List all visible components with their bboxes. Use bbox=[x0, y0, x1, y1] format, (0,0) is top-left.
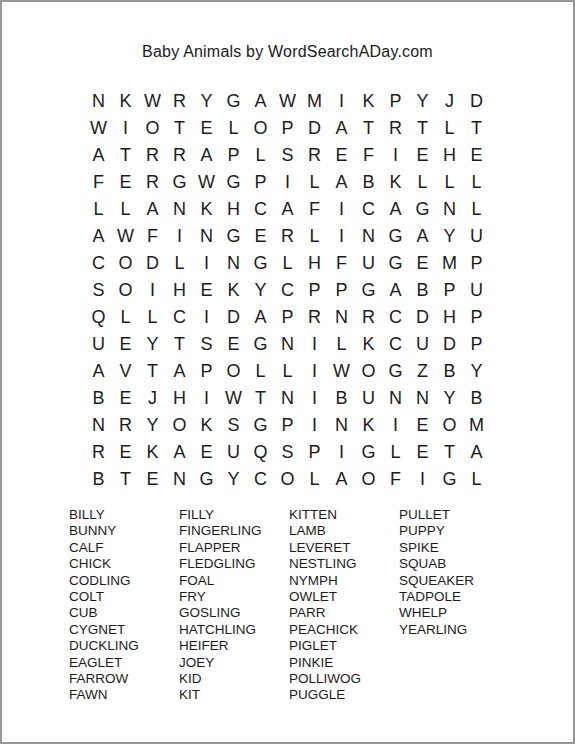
grid-cell-r2c10[interactable]: A bbox=[328, 115, 355, 142]
grid-cell-r14c11[interactable]: G bbox=[355, 439, 382, 466]
grid-cell-r1c12[interactable]: P bbox=[382, 88, 409, 115]
grid-cell-r9c14[interactable]: H bbox=[436, 304, 463, 331]
grid-cell-r15c5[interactable]: G bbox=[193, 466, 220, 493]
grid-cell-r7c8[interactable]: L bbox=[274, 250, 301, 277]
grid-cell-r9c10[interactable]: N bbox=[328, 304, 355, 331]
grid-cell-r11c10[interactable]: W bbox=[328, 358, 355, 385]
grid-cell-r3c13[interactable]: E bbox=[409, 142, 436, 169]
grid-cell-r1c14[interactable]: J bbox=[436, 88, 463, 115]
grid-cell-r15c11[interactable]: O bbox=[355, 466, 382, 493]
grid-cell-r13c14[interactable]: O bbox=[436, 412, 463, 439]
grid-cell-r6c8[interactable]: R bbox=[274, 223, 301, 250]
word-item: CHICK bbox=[69, 556, 179, 572]
word-item: FOAL bbox=[179, 573, 289, 589]
word-item: PINKIE bbox=[289, 655, 399, 671]
grid-cell-r8c3[interactable]: I bbox=[139, 277, 166, 304]
grid-cell-r14c7[interactable]: Q bbox=[247, 439, 274, 466]
grid-cell-r7c5[interactable]: I bbox=[193, 250, 220, 277]
grid-cell-r11c7[interactable]: L bbox=[247, 358, 274, 385]
grid-cell-r7c10[interactable]: F bbox=[328, 250, 355, 277]
grid-cell-r10c15[interactable]: P bbox=[463, 331, 490, 358]
grid-cell-r14c3[interactable]: K bbox=[139, 439, 166, 466]
grid-cell-r13c7[interactable]: G bbox=[247, 412, 274, 439]
grid-cell-r3c2[interactable]: T bbox=[112, 142, 139, 169]
grid-cell-r8c13[interactable]: B bbox=[409, 277, 436, 304]
grid-cell-r12c10[interactable]: B bbox=[328, 385, 355, 412]
word-item: DUCKLING bbox=[69, 638, 179, 654]
grid-cell-r12c9[interactable]: I bbox=[301, 385, 328, 412]
grid-cell-r4c11[interactable]: B bbox=[355, 169, 382, 196]
grid-cell-r13c5[interactable]: K bbox=[193, 412, 220, 439]
grid-cell-r14c9[interactable]: P bbox=[301, 439, 328, 466]
grid-cell-r11c5[interactable]: P bbox=[193, 358, 220, 385]
word-list: BILLYBUNNYCALFCHICKCODLINGCOLTCUBCYGNETD… bbox=[69, 507, 509, 704]
grid-cell-r1c1[interactable]: N bbox=[85, 88, 112, 115]
grid-cell-r6c9[interactable]: L bbox=[301, 223, 328, 250]
grid-cell-r1c13[interactable]: Y bbox=[409, 88, 436, 115]
word-item: KITTEN bbox=[289, 507, 399, 523]
word-item: NYMPH bbox=[289, 573, 399, 589]
grid-cell-r5c1[interactable]: L bbox=[85, 196, 112, 223]
grid-cell-r13c15[interactable]: M bbox=[463, 412, 490, 439]
grid-cell-r5c4[interactable]: N bbox=[166, 196, 193, 223]
word-item: CYGNET bbox=[69, 622, 179, 638]
grid-cell-r14c10[interactable]: I bbox=[328, 439, 355, 466]
grid-cell-r12c1[interactable]: B bbox=[85, 385, 112, 412]
grid-cell-r1c9[interactable]: M bbox=[301, 88, 328, 115]
grid-cell-r9c4[interactable]: C bbox=[166, 304, 193, 331]
word-item: TADPOLE bbox=[399, 589, 509, 605]
grid-cell-r12c11[interactable]: U bbox=[355, 385, 382, 412]
grid-cell-r5c7[interactable]: C bbox=[247, 196, 274, 223]
grid-cell-r4c10[interactable]: A bbox=[328, 169, 355, 196]
grid-cell-r2c4[interactable]: T bbox=[166, 115, 193, 142]
grid-cell-r8c8[interactable]: C bbox=[274, 277, 301, 304]
word-item: BUNNY bbox=[69, 523, 179, 539]
grid-cell-r14c5[interactable]: E bbox=[193, 439, 220, 466]
grid-cell-r3c11[interactable]: F bbox=[355, 142, 382, 169]
grid-cell-r2c12[interactable]: R bbox=[382, 115, 409, 142]
grid-cell-r5c3[interactable]: A bbox=[139, 196, 166, 223]
grid-cell-r15c10[interactable]: A bbox=[328, 466, 355, 493]
grid-cell-r14c15[interactable]: A bbox=[463, 439, 490, 466]
grid-cell-r15c7[interactable]: C bbox=[247, 466, 274, 493]
word-list-column-4: PULLETPUPPYSPIKESQUABSQUEAKERTADPOLEWHEL… bbox=[399, 507, 509, 704]
grid-cell-r14c2[interactable]: E bbox=[112, 439, 139, 466]
grid-cell-r10c1[interactable]: U bbox=[85, 331, 112, 358]
grid-cell-r5c2[interactable]: L bbox=[112, 196, 139, 223]
word-item: POLLIWOG bbox=[289, 671, 399, 687]
word-item: KID bbox=[179, 671, 289, 687]
grid-cell-r7c12[interactable]: G bbox=[382, 250, 409, 277]
grid-cell-r11c3[interactable]: T bbox=[139, 358, 166, 385]
grid-cell-r7c14[interactable]: M bbox=[436, 250, 463, 277]
grid-cell-r12c15[interactable]: B bbox=[463, 385, 490, 412]
word-item: SPIKE bbox=[399, 540, 509, 556]
grid-cell-r12c8[interactable]: N bbox=[274, 385, 301, 412]
grid-cell-r14c6[interactable]: U bbox=[220, 439, 247, 466]
grid-cell-r15c15[interactable]: L bbox=[463, 466, 490, 493]
word-item: FRY bbox=[179, 589, 289, 605]
grid-cell-r15c2[interactable]: T bbox=[112, 466, 139, 493]
grid-cell-r6c2[interactable]: W bbox=[112, 223, 139, 250]
grid-cell-r6c4[interactable]: I bbox=[166, 223, 193, 250]
grid-cell-r2c2[interactable]: I bbox=[112, 115, 139, 142]
grid-cell-r8c4[interactable]: H bbox=[166, 277, 193, 304]
grid-cell-r11c12[interactable]: G bbox=[382, 358, 409, 385]
word-item: KIT bbox=[179, 687, 289, 703]
grid-cell-r3c4[interactable]: R bbox=[166, 142, 193, 169]
grid-cell-r10c6[interactable]: E bbox=[220, 331, 247, 358]
word-item: OWLET bbox=[289, 589, 399, 605]
word-item: PIGLET bbox=[289, 638, 399, 654]
grid-cell-r8c10[interactable]: P bbox=[328, 277, 355, 304]
grid-cell-r9c8[interactable]: P bbox=[274, 304, 301, 331]
grid-cell-r13c1[interactable]: N bbox=[85, 412, 112, 439]
grid-cell-r9c3[interactable]: L bbox=[139, 304, 166, 331]
grid-cell-r3c15[interactable]: E bbox=[463, 142, 490, 169]
grid-cell-r8c15[interactable]: U bbox=[463, 277, 490, 304]
grid-cell-r4c15[interactable]: L bbox=[463, 169, 490, 196]
word-item: LAMB bbox=[289, 523, 399, 539]
grid-cell-r9c2[interactable]: L bbox=[112, 304, 139, 331]
grid-cell-r3c7[interactable]: L bbox=[247, 142, 274, 169]
word-item: FLEDGLING bbox=[179, 556, 289, 572]
grid-cell-r12c7[interactable]: T bbox=[247, 385, 274, 412]
grid-cell-r5c5[interactable]: K bbox=[193, 196, 220, 223]
grid-cell-r11c13[interactable]: Z bbox=[409, 358, 436, 385]
grid-cell-r14c14[interactable]: T bbox=[436, 439, 463, 466]
grid-cell-r11c8[interactable]: L bbox=[274, 358, 301, 385]
grid-cell-r1c7[interactable]: A bbox=[247, 88, 274, 115]
puzzle-title: Baby Animals by WordSearchADay.com bbox=[2, 43, 573, 61]
grid-cell-r1c5[interactable]: Y bbox=[193, 88, 220, 115]
grid-cell-r8c12[interactable]: A bbox=[382, 277, 409, 304]
grid-cell-r6c11[interactable]: N bbox=[355, 223, 382, 250]
grid-cell-r2c8[interactable]: P bbox=[274, 115, 301, 142]
grid-cell-r13c2[interactable]: R bbox=[112, 412, 139, 439]
grid-cell-r3c12[interactable]: I bbox=[382, 142, 409, 169]
grid-cell-r2c5[interactable]: E bbox=[193, 115, 220, 142]
grid-cell-r9c1[interactable]: Q bbox=[85, 304, 112, 331]
grid-cell-r13c3[interactable]: Y bbox=[139, 412, 166, 439]
grid-cell-r8c11[interactable]: G bbox=[355, 277, 382, 304]
grid-cell-r4c12[interactable]: K bbox=[382, 169, 409, 196]
grid-cell-r12c2[interactable]: E bbox=[112, 385, 139, 412]
grid-cell-r5c10[interactable]: I bbox=[328, 196, 355, 223]
grid-cell-r8c1[interactable]: S bbox=[85, 277, 112, 304]
grid-cell-r2c1[interactable]: W bbox=[85, 115, 112, 142]
grid-cell-r2c14[interactable]: L bbox=[436, 115, 463, 142]
grid-cell-r13c4[interactable]: O bbox=[166, 412, 193, 439]
grid-cell-r6c14[interactable]: Y bbox=[436, 223, 463, 250]
grid-cell-r15c4[interactable]: N bbox=[166, 466, 193, 493]
grid-cell-r5c12[interactable]: A bbox=[382, 196, 409, 223]
word-item: FLAPPER bbox=[179, 540, 289, 556]
grid-cell-r8c9[interactable]: P bbox=[301, 277, 328, 304]
word-item: FARROW bbox=[69, 671, 179, 687]
grid-cell-r3c5[interactable]: A bbox=[193, 142, 220, 169]
grid-cell-r11c2[interactable]: V bbox=[112, 358, 139, 385]
grid-cell-r15c3[interactable]: E bbox=[139, 466, 166, 493]
grid-cell-r1c8[interactable]: W bbox=[274, 88, 301, 115]
grid-cell-r1c15[interactable]: D bbox=[463, 88, 490, 115]
grid-cell-r1c11[interactable]: K bbox=[355, 88, 382, 115]
grid-cell-r9c9[interactable]: R bbox=[301, 304, 328, 331]
grid-cell-r5c13[interactable]: G bbox=[409, 196, 436, 223]
word-item: FAWN bbox=[69, 687, 179, 703]
grid-cell-r11c15[interactable]: Y bbox=[463, 358, 490, 385]
grid-cell-r2c15[interactable]: T bbox=[463, 115, 490, 142]
grid-cell-r4c7[interactable]: P bbox=[247, 169, 274, 196]
grid-cell-r4c2[interactable]: E bbox=[112, 169, 139, 196]
grid-cell-r6c12[interactable]: G bbox=[382, 223, 409, 250]
grid-cell-r7c1[interactable]: C bbox=[85, 250, 112, 277]
grid-cell-r1c10[interactable]: I bbox=[328, 88, 355, 115]
word-item: SQUEAKER bbox=[399, 573, 509, 589]
grid-cell-r2c6[interactable]: L bbox=[220, 115, 247, 142]
grid-cell-r6c6[interactable]: G bbox=[220, 223, 247, 250]
grid-cell-r4c5[interactable]: W bbox=[193, 169, 220, 196]
grid-cell-r6c5[interactable]: N bbox=[193, 223, 220, 250]
grid-cell-r6c3[interactable]: F bbox=[139, 223, 166, 250]
grid-cell-r2c3[interactable]: O bbox=[139, 115, 166, 142]
grid-cell-r13c8[interactable]: P bbox=[274, 412, 301, 439]
grid-cell-r7c3[interactable]: D bbox=[139, 250, 166, 277]
grid-cell-r14c12[interactable]: L bbox=[382, 439, 409, 466]
grid-cell-r10c2[interactable]: E bbox=[112, 331, 139, 358]
grid-cell-r12c14[interactable]: Y bbox=[436, 385, 463, 412]
grid-cell-r1c6[interactable]: G bbox=[220, 88, 247, 115]
grid-cell-r14c8[interactable]: S bbox=[274, 439, 301, 466]
grid-cell-r9c15[interactable]: P bbox=[463, 304, 490, 331]
grid-cell-r3c9[interactable]: R bbox=[301, 142, 328, 169]
grid-cell-r3c6[interactable]: P bbox=[220, 142, 247, 169]
puzzle-page: Baby Animals by WordSearchADay.com NKWRY… bbox=[0, 0, 575, 744]
grid-cell-r8c6[interactable]: K bbox=[220, 277, 247, 304]
grid-cell-r10c11[interactable]: K bbox=[355, 331, 382, 358]
grid-cell-r7c13[interactable]: E bbox=[409, 250, 436, 277]
grid-cell-r1c3[interactable]: W bbox=[139, 88, 166, 115]
grid-cell-r10c14[interactable]: D bbox=[436, 331, 463, 358]
grid-cell-r12c13[interactable]: N bbox=[409, 385, 436, 412]
grid-cell-r4c3[interactable]: R bbox=[139, 169, 166, 196]
grid-cell-r9c5[interactable]: I bbox=[193, 304, 220, 331]
word-item: LEVERET bbox=[289, 540, 399, 556]
word-list-column-3: KITTENLAMBLEVERETNESTLINGNYMPHOWLETPARRP… bbox=[289, 507, 399, 704]
grid-cell-r13c13[interactable]: E bbox=[409, 412, 436, 439]
grid-cell-r8c7[interactable]: Y bbox=[247, 277, 274, 304]
grid-cell-r6c7[interactable]: E bbox=[247, 223, 274, 250]
grid-cell-r13c11[interactable]: K bbox=[355, 412, 382, 439]
grid-cell-r9c6[interactable]: D bbox=[220, 304, 247, 331]
grid-cell-r15c12[interactable]: F bbox=[382, 466, 409, 493]
grid-cell-r5c6[interactable]: H bbox=[220, 196, 247, 223]
grid-cell-r7c7[interactable]: G bbox=[247, 250, 274, 277]
grid-cell-r7c4[interactable]: L bbox=[166, 250, 193, 277]
grid-cell-r7c6[interactable]: N bbox=[220, 250, 247, 277]
grid-cell-r12c3[interactable]: J bbox=[139, 385, 166, 412]
grid-cell-r3c10[interactable]: E bbox=[328, 142, 355, 169]
grid-cell-r7c9[interactable]: H bbox=[301, 250, 328, 277]
grid-cell-r15c9[interactable]: L bbox=[301, 466, 328, 493]
grid-cell-r6c1[interactable]: A bbox=[85, 223, 112, 250]
grid-cell-r5c11[interactable]: C bbox=[355, 196, 382, 223]
grid-cell-r4c1[interactable]: F bbox=[85, 169, 112, 196]
grid-cell-r4c9[interactable]: L bbox=[301, 169, 328, 196]
grid-cell-r12c4[interactable]: H bbox=[166, 385, 193, 412]
grid-cell-r5c15[interactable]: L bbox=[463, 196, 490, 223]
grid-cell-r9c13[interactable]: D bbox=[409, 304, 436, 331]
word-item: CODLING bbox=[69, 573, 179, 589]
grid-cell-r13c12[interactable]: I bbox=[382, 412, 409, 439]
word-item: HATCHLING bbox=[179, 622, 289, 638]
word-item: PULLET bbox=[399, 507, 509, 523]
grid-cell-r3c14[interactable]: H bbox=[436, 142, 463, 169]
grid-cell-r3c8[interactable]: S bbox=[274, 142, 301, 169]
grid-cell-r4c13[interactable]: L bbox=[409, 169, 436, 196]
grid-cell-r11c11[interactable]: O bbox=[355, 358, 382, 385]
word-item: FINGERLING bbox=[179, 523, 289, 539]
grid-cell-r8c5[interactable]: E bbox=[193, 277, 220, 304]
grid-cell-r4c14[interactable]: L bbox=[436, 169, 463, 196]
grid-cell-r4c4[interactable]: G bbox=[166, 169, 193, 196]
grid-cell-r15c1[interactable]: B bbox=[85, 466, 112, 493]
grid-cell-r9c7[interactable]: A bbox=[247, 304, 274, 331]
word-item: PARR bbox=[289, 605, 399, 621]
grid-cell-r11c4[interactable]: A bbox=[166, 358, 193, 385]
grid-cell-r9c12[interactable]: C bbox=[382, 304, 409, 331]
grid-cell-r3c1[interactable]: A bbox=[85, 142, 112, 169]
word-list-column-1: BILLYBUNNYCALFCHICKCODLINGCOLTCUBCYGNETD… bbox=[69, 507, 179, 704]
grid-cell-r10c9[interactable]: I bbox=[301, 331, 328, 358]
word-item: JOEY bbox=[179, 655, 289, 671]
grid-cell-r15c14[interactable]: G bbox=[436, 466, 463, 493]
word-item: WHELP bbox=[399, 605, 509, 621]
grid-cell-r8c14[interactable]: P bbox=[436, 277, 463, 304]
grid-cell-r13c6[interactable]: S bbox=[220, 412, 247, 439]
word-item: FILLY bbox=[179, 507, 289, 523]
grid-cell-r6c15[interactable]: U bbox=[463, 223, 490, 250]
grid-cell-r14c1[interactable]: R bbox=[85, 439, 112, 466]
grid-cell-r15c6[interactable]: Y bbox=[220, 466, 247, 493]
grid-cell-r10c4[interactable]: T bbox=[166, 331, 193, 358]
grid-cell-r9c11[interactable]: R bbox=[355, 304, 382, 331]
grid-cell-r2c9[interactable]: D bbox=[301, 115, 328, 142]
grid-cell-r10c8[interactable]: N bbox=[274, 331, 301, 358]
grid-cell-r13c9[interactable]: I bbox=[301, 412, 328, 439]
grid-cell-r2c7[interactable]: O bbox=[247, 115, 274, 142]
grid-cell-r1c2[interactable]: K bbox=[112, 88, 139, 115]
word-item: SQUAB bbox=[399, 556, 509, 572]
grid-cell-r8c2[interactable]: O bbox=[112, 277, 139, 304]
word-item: EAGLET bbox=[69, 655, 179, 671]
grid-cell-r10c12[interactable]: C bbox=[382, 331, 409, 358]
grid-cell-r11c9[interactable]: I bbox=[301, 358, 328, 385]
grid-cell-r12c6[interactable]: W bbox=[220, 385, 247, 412]
word-item: GOSLING bbox=[179, 605, 289, 621]
grid-cell-r10c13[interactable]: U bbox=[409, 331, 436, 358]
word-item: COLT bbox=[69, 589, 179, 605]
word-search-grid: NKWRYGAWMIKPYJDWIOTELOPDATRTLTATRRAPLSRE… bbox=[85, 88, 490, 493]
grid-cell-r7c11[interactable]: U bbox=[355, 250, 382, 277]
grid-cell-r14c4[interactable]: A bbox=[166, 439, 193, 466]
word-item: HEIFER bbox=[179, 638, 289, 654]
grid-cell-r5c8[interactable]: A bbox=[274, 196, 301, 223]
word-item: PUPPY bbox=[399, 523, 509, 539]
grid-cell-r5c14[interactable]: N bbox=[436, 196, 463, 223]
word-item: PEACHICK bbox=[289, 622, 399, 638]
grid-cell-r6c10[interactable]: I bbox=[328, 223, 355, 250]
grid-cell-r5c9[interactable]: F bbox=[301, 196, 328, 223]
grid-cell-r10c5[interactable]: S bbox=[193, 331, 220, 358]
grid-cell-r6c13[interactable]: A bbox=[409, 223, 436, 250]
grid-cell-r10c10[interactable]: L bbox=[328, 331, 355, 358]
grid-cell-r11c6[interactable]: O bbox=[220, 358, 247, 385]
grid-cell-r11c1[interactable]: A bbox=[85, 358, 112, 385]
word-item: NESTLING bbox=[289, 556, 399, 572]
grid-cell-r12c12[interactable]: N bbox=[382, 385, 409, 412]
grid-cell-r3c3[interactable]: R bbox=[139, 142, 166, 169]
grid-cell-r1c4[interactable]: R bbox=[166, 88, 193, 115]
grid-cell-r14c13[interactable]: E bbox=[409, 439, 436, 466]
grid-cell-r7c15[interactable]: P bbox=[463, 250, 490, 277]
grid-cell-r2c13[interactable]: T bbox=[409, 115, 436, 142]
word-item: YEARLING bbox=[399, 622, 509, 638]
word-item: BILLY bbox=[69, 507, 179, 523]
grid-cell-r10c3[interactable]: Y bbox=[139, 331, 166, 358]
word-item: PUGGLE bbox=[289, 687, 399, 703]
word-list-column-2: FILLYFINGERLINGFLAPPERFLEDGLINGFOALFRYGO… bbox=[179, 507, 289, 704]
grid-cell-r7c2[interactable]: O bbox=[112, 250, 139, 277]
grid-cell-r15c13[interactable]: I bbox=[409, 466, 436, 493]
word-item: CALF bbox=[69, 540, 179, 556]
grid-cell-r12c5[interactable]: I bbox=[193, 385, 220, 412]
grid-cell-r10c7[interactable]: G bbox=[247, 331, 274, 358]
grid-cell-r4c6[interactable]: G bbox=[220, 169, 247, 196]
grid-cell-r15c8[interactable]: O bbox=[274, 466, 301, 493]
grid-cell-r2c11[interactable]: T bbox=[355, 115, 382, 142]
grid-cell-r11c14[interactable]: B bbox=[436, 358, 463, 385]
grid-cell-r13c10[interactable]: N bbox=[328, 412, 355, 439]
word-item: CUB bbox=[69, 605, 179, 621]
grid-cell-r4c8[interactable]: I bbox=[274, 169, 301, 196]
